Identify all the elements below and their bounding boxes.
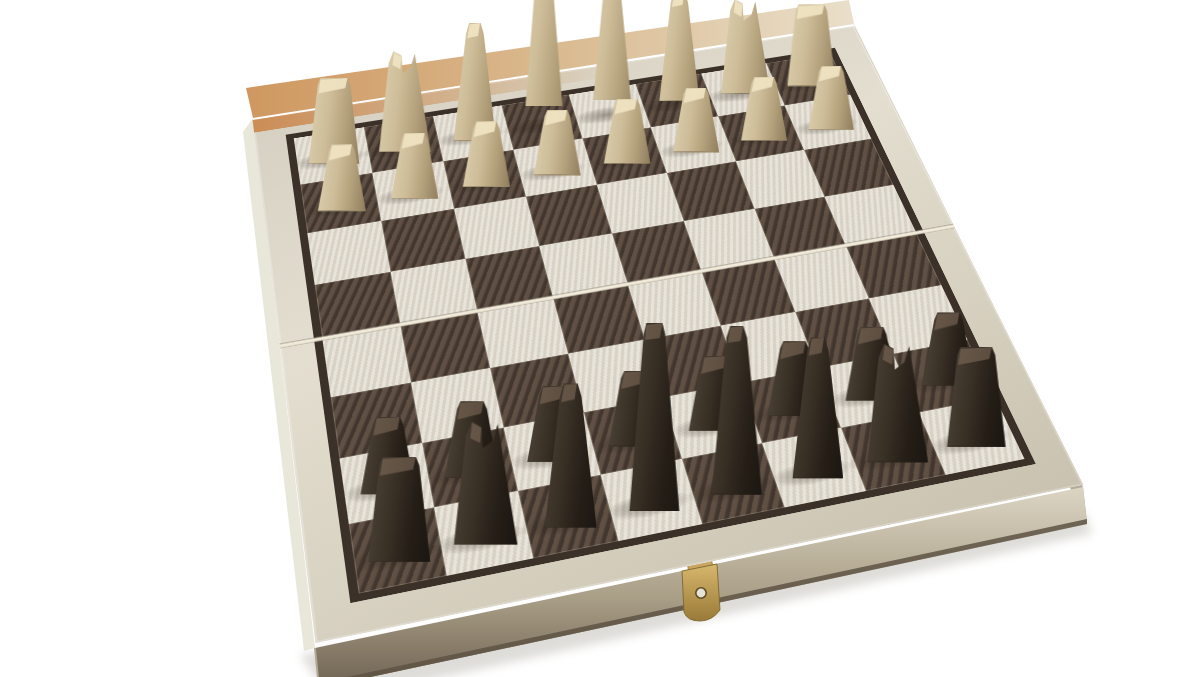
pieces-layer xyxy=(253,26,1084,643)
white-pawn-d2[interactable] xyxy=(603,98,652,163)
white-pawn-e2[interactable] xyxy=(533,110,582,176)
scene xyxy=(0,0,1200,677)
piece-body xyxy=(539,383,602,528)
white-pawn-g2[interactable] xyxy=(390,132,440,199)
black-king-e8[interactable] xyxy=(621,323,688,511)
white-pawn-b2[interactable] xyxy=(740,76,788,141)
white-pawn-h2[interactable] xyxy=(317,144,367,211)
white-pawn-f2[interactable] xyxy=(462,121,511,187)
black-bishop-c8[interactable] xyxy=(787,337,849,478)
piece-body xyxy=(943,347,1008,447)
piece-body xyxy=(704,326,769,495)
black-rook-h8[interactable] xyxy=(365,456,434,562)
black-knight-b8[interactable] xyxy=(864,340,932,463)
piece-body xyxy=(450,417,521,545)
piece-body xyxy=(365,456,434,562)
black-bishop-f8[interactable] xyxy=(539,383,602,528)
photo-stage: { "game": "chess", "scene": { "descripti… xyxy=(0,0,1200,677)
white-pawn-a2[interactable] xyxy=(807,66,855,130)
chess-board xyxy=(253,26,1084,643)
black-rook-a8[interactable] xyxy=(943,347,1008,447)
white-pawn-c2[interactable] xyxy=(672,87,720,152)
black-queen-d8[interactable] xyxy=(704,326,769,495)
black-knight-g8[interactable] xyxy=(450,417,521,545)
piece-body xyxy=(864,340,932,463)
piece-body xyxy=(787,337,849,478)
piece-body xyxy=(621,323,688,511)
